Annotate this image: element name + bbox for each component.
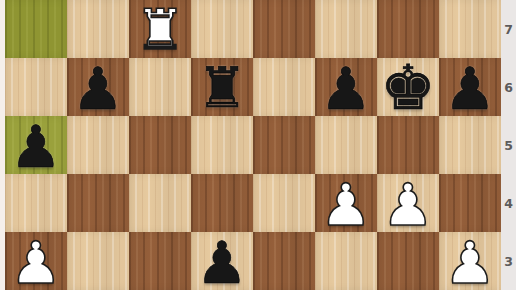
- square-g4[interactable]: ♟: [377, 174, 439, 232]
- square-g5[interactable]: [377, 116, 439, 174]
- square-g3[interactable]: [377, 232, 439, 290]
- square-b7[interactable]: [67, 0, 129, 58]
- black-pawn-f6[interactable]: ♟: [320, 60, 372, 116]
- square-e7[interactable]: [253, 0, 315, 58]
- black-rook-d6[interactable]: ♜: [197, 60, 247, 116]
- square-b3[interactable]: [67, 232, 129, 290]
- rank-label-6: 6: [501, 58, 516, 116]
- rank-labels: 76543: [501, 0, 516, 290]
- square-f5[interactable]: [315, 116, 377, 174]
- square-e5[interactable]: [253, 116, 315, 174]
- board: ♜♟♜♟♚♟♟♟♟♟♟♟: [5, 0, 501, 290]
- square-d7[interactable]: [191, 0, 253, 58]
- square-f7[interactable]: [315, 0, 377, 58]
- rank-label-5: 5: [501, 116, 516, 174]
- square-f6[interactable]: ♟: [315, 58, 377, 116]
- square-c6[interactable]: [129, 58, 191, 116]
- square-b5[interactable]: [67, 116, 129, 174]
- chessboard-screenshot: ♜♟♜♟♚♟♟♟♟♟♟♟ 76543: [0, 0, 516, 290]
- square-d5[interactable]: [191, 116, 253, 174]
- rank-label-4: 4: [501, 174, 516, 232]
- white-pawn-h3[interactable]: ♟: [444, 234, 496, 290]
- square-a5[interactable]: ♟: [5, 116, 67, 174]
- square-e3[interactable]: [253, 232, 315, 290]
- square-d3[interactable]: ♟: [191, 232, 253, 290]
- rank-label-7: 7: [501, 0, 516, 58]
- square-h5[interactable]: [439, 116, 501, 174]
- white-pawn-a3[interactable]: ♟: [10, 234, 62, 290]
- square-b6[interactable]: ♟: [67, 58, 129, 116]
- rank-label-3: 3: [501, 232, 516, 290]
- square-a4[interactable]: [5, 174, 67, 232]
- white-pawn-f4[interactable]: ♟: [320, 176, 372, 232]
- square-c5[interactable]: [129, 116, 191, 174]
- square-b4[interactable]: [67, 174, 129, 232]
- square-a6[interactable]: [5, 58, 67, 116]
- square-c3[interactable]: [129, 232, 191, 290]
- square-g7[interactable]: [377, 0, 439, 58]
- square-f3[interactable]: [315, 232, 377, 290]
- square-d6[interactable]: ♜: [191, 58, 253, 116]
- black-king-g6[interactable]: ♚: [380, 58, 436, 116]
- square-f4[interactable]: ♟: [315, 174, 377, 232]
- square-h6[interactable]: ♟: [439, 58, 501, 116]
- square-e6[interactable]: [253, 58, 315, 116]
- black-pawn-b6[interactable]: ♟: [72, 60, 124, 116]
- square-d4[interactable]: [191, 174, 253, 232]
- square-h7[interactable]: [439, 0, 501, 58]
- square-h3[interactable]: ♟: [439, 232, 501, 290]
- square-c7[interactable]: ♜: [129, 0, 191, 58]
- square-a7[interactable]: [5, 0, 67, 58]
- black-pawn-a5[interactable]: ♟: [10, 118, 62, 174]
- white-rook-c7[interactable]: ♜: [135, 2, 185, 58]
- black-pawn-d3[interactable]: ♟: [196, 234, 248, 290]
- square-a3[interactable]: ♟: [5, 232, 67, 290]
- square-h4[interactable]: [439, 174, 501, 232]
- black-pawn-h6[interactable]: ♟: [444, 60, 496, 116]
- square-c4[interactable]: [129, 174, 191, 232]
- square-g6[interactable]: ♚: [377, 58, 439, 116]
- white-pawn-g4[interactable]: ♟: [382, 176, 434, 232]
- square-e4[interactable]: [253, 174, 315, 232]
